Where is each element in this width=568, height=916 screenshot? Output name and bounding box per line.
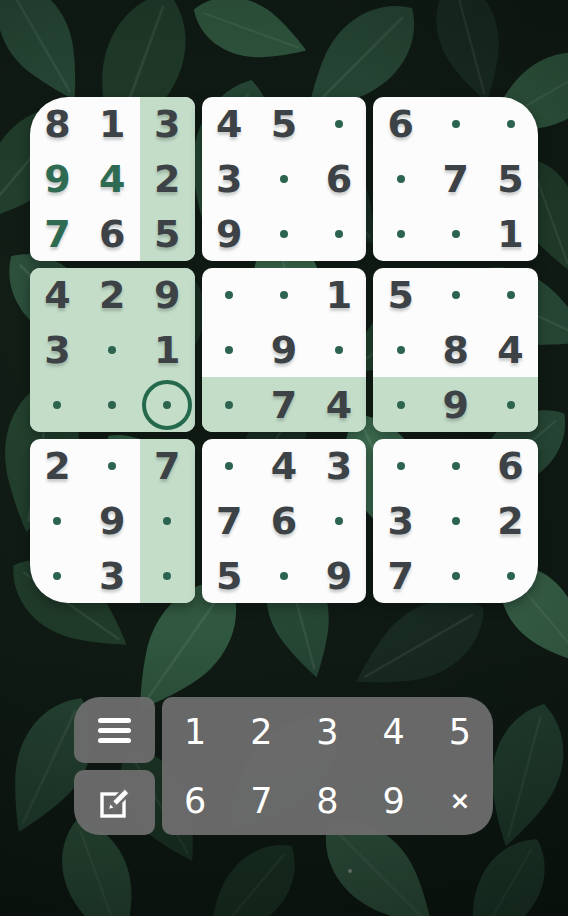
cell-r3c3[interactable]: 5 bbox=[140, 206, 195, 261]
given-digit: 1 bbox=[99, 105, 125, 143]
empty-cell-dot bbox=[225, 291, 233, 299]
cell-r9c1[interactable] bbox=[30, 548, 85, 603]
given-digit: 9 bbox=[216, 215, 242, 253]
empty-cell-dot bbox=[225, 462, 233, 470]
box-r1c3: 6751 bbox=[373, 97, 538, 261]
given-digit: 3 bbox=[99, 557, 125, 595]
given-digit: 6 bbox=[99, 215, 125, 253]
cell-r1c7[interactable]: 6 bbox=[373, 97, 428, 152]
given-digit: 5 bbox=[497, 160, 523, 198]
cell-r5c4[interactable] bbox=[202, 323, 257, 378]
given-digit: 1 bbox=[154, 331, 180, 369]
cell-r2c9[interactable]: 5 bbox=[483, 152, 538, 207]
empty-cell-dot bbox=[335, 517, 343, 525]
cell-r9c9[interactable] bbox=[483, 548, 538, 603]
given-digit: 9 bbox=[442, 386, 468, 424]
given-digit: 6 bbox=[326, 160, 352, 198]
cell-r2c6[interactable]: 6 bbox=[311, 152, 366, 207]
given-digit: 4 bbox=[326, 386, 352, 424]
cell-r7c5[interactable]: 4 bbox=[257, 439, 312, 494]
cell-r6c6[interactable]: 4 bbox=[311, 377, 366, 432]
cell-r1c8[interactable] bbox=[428, 97, 483, 152]
empty-cell-dot bbox=[53, 401, 61, 409]
cell-r6c2[interactable] bbox=[85, 377, 140, 432]
user-digit: 9 bbox=[44, 160, 70, 198]
given-digit: 1 bbox=[497, 215, 523, 253]
cell-r5c3[interactable]: 1 bbox=[140, 323, 195, 378]
given-digit: 9 bbox=[271, 331, 297, 369]
cell-r6c8[interactable]: 9 bbox=[428, 377, 483, 432]
cell-r1c9[interactable] bbox=[483, 97, 538, 152]
given-digit: 8 bbox=[442, 331, 468, 369]
given-digit: 4 bbox=[44, 276, 70, 314]
cell-r5c6[interactable] bbox=[311, 323, 366, 378]
given-digit: 4 bbox=[497, 331, 523, 369]
edit-pencil-icon bbox=[96, 784, 134, 822]
empty-cell-dot bbox=[335, 230, 343, 238]
cell-r8c1[interactable] bbox=[30, 494, 85, 549]
cell-r6c9[interactable] bbox=[483, 377, 538, 432]
empty-cell-dot bbox=[53, 572, 61, 580]
cell-r4c6[interactable]: 1 bbox=[311, 268, 366, 323]
empty-cell-dot bbox=[280, 572, 288, 580]
cell-r5c8[interactable]: 8 bbox=[428, 323, 483, 378]
cell-r8c5[interactable]: 6 bbox=[257, 494, 312, 549]
cell-r7c9[interactable]: 6 bbox=[483, 439, 538, 494]
cell-r1c6[interactable] bbox=[311, 97, 366, 152]
empty-cell-dot bbox=[452, 517, 460, 525]
empty-cell-dot bbox=[108, 401, 116, 409]
cell-r9c3[interactable] bbox=[140, 548, 195, 603]
given-digit: 9 bbox=[154, 276, 180, 314]
cell-r5c1[interactable]: 3 bbox=[30, 323, 85, 378]
cell-r1c1[interactable]: 8 bbox=[30, 97, 85, 152]
cell-r2c5[interactable] bbox=[257, 152, 312, 207]
cell-r3c5[interactable] bbox=[257, 206, 312, 261]
given-digit: 9 bbox=[99, 502, 125, 540]
empty-cell-dot bbox=[163, 572, 171, 580]
numpad-button-3[interactable]: 3 bbox=[294, 697, 360, 766]
user-digit: 7 bbox=[44, 215, 70, 253]
cell-r4c7[interactable]: 5 bbox=[373, 268, 428, 323]
empty-cell-dot bbox=[225, 346, 233, 354]
cell-r7c8[interactable] bbox=[428, 439, 483, 494]
cell-r1c4[interactable]: 4 bbox=[202, 97, 257, 152]
given-digit: 7 bbox=[216, 502, 242, 540]
given-digit: 3 bbox=[388, 502, 414, 540]
user-digit: 4 bbox=[99, 160, 125, 198]
cell-r5c2[interactable] bbox=[85, 323, 140, 378]
cell-r2c8[interactable]: 7 bbox=[428, 152, 483, 207]
empty-cell-dot bbox=[108, 346, 116, 354]
given-digit: 9 bbox=[326, 557, 352, 595]
box-r3c1: 2793 bbox=[30, 439, 195, 603]
cell-r8c9[interactable]: 2 bbox=[483, 494, 538, 549]
cell-r7c7[interactable] bbox=[373, 439, 428, 494]
empty-cell-dot bbox=[225, 401, 233, 409]
given-digit: 7 bbox=[271, 386, 297, 424]
menu-button[interactable] bbox=[74, 697, 155, 763]
empty-cell-dot bbox=[335, 346, 343, 354]
cell-r7c6[interactable]: 3 bbox=[311, 439, 366, 494]
cell-r1c2[interactable]: 1 bbox=[85, 97, 140, 152]
cell-r3c4[interactable]: 9 bbox=[202, 206, 257, 261]
numpad-button-4[interactable]: 4 bbox=[361, 697, 427, 766]
given-digit: 5 bbox=[154, 215, 180, 253]
numpad-button-8[interactable]: 8 bbox=[294, 766, 360, 835]
cell-r3c8[interactable] bbox=[428, 206, 483, 261]
empty-cell-dot bbox=[452, 462, 460, 470]
cell-r1c5[interactable]: 5 bbox=[257, 97, 312, 152]
given-digit: 2 bbox=[154, 160, 180, 198]
cell-r8c8[interactable] bbox=[428, 494, 483, 549]
cell-r8c6[interactable] bbox=[311, 494, 366, 549]
cell-r2c7[interactable] bbox=[373, 152, 428, 207]
cell-r7c4[interactable] bbox=[202, 439, 257, 494]
empty-cell-dot bbox=[452, 120, 460, 128]
notes-button[interactable] bbox=[74, 770, 155, 835]
empty-cell-dot bbox=[397, 230, 405, 238]
cell-r2c2[interactable]: 4 bbox=[85, 152, 140, 207]
given-digit: 7 bbox=[442, 160, 468, 198]
cell-r2c1[interactable]: 9 bbox=[30, 152, 85, 207]
cell-r7c3[interactable]: 7 bbox=[140, 439, 195, 494]
cell-r3c7[interactable] bbox=[373, 206, 428, 261]
cell-r4c5[interactable] bbox=[257, 268, 312, 323]
box-r3c2: 437659 bbox=[202, 439, 367, 603]
cell-r3c2[interactable]: 6 bbox=[85, 206, 140, 261]
empty-cell-dot bbox=[280, 291, 288, 299]
empty-cell-dot bbox=[397, 346, 405, 354]
box-r2c2: 1974 bbox=[202, 268, 367, 432]
selected-cell-ring bbox=[142, 380, 192, 430]
given-digit: 1 bbox=[326, 276, 352, 314]
number-pad: 1 2 3 4 5 6 7 8 9 × bbox=[162, 697, 493, 835]
box-r3c3: 6327 bbox=[373, 439, 538, 603]
sudoku-board: 8139427654536967514293119745849279343765… bbox=[30, 97, 538, 603]
given-digit: 5 bbox=[271, 105, 297, 143]
cell-r9c4[interactable]: 5 bbox=[202, 548, 257, 603]
cell-r8c7[interactable]: 3 bbox=[373, 494, 428, 549]
box-r1c2: 45369 bbox=[202, 97, 367, 261]
cell-r6c4[interactable] bbox=[202, 377, 257, 432]
empty-cell-dot bbox=[335, 120, 343, 128]
numpad-button-7[interactable]: 7 bbox=[228, 766, 294, 835]
cell-r2c3[interactable]: 2 bbox=[140, 152, 195, 207]
given-digit: 5 bbox=[216, 557, 242, 595]
given-digit: 2 bbox=[99, 276, 125, 314]
given-digit: 6 bbox=[388, 105, 414, 143]
cell-r5c7[interactable] bbox=[373, 323, 428, 378]
cell-r4c2[interactable]: 2 bbox=[85, 268, 140, 323]
empty-cell-dot bbox=[507, 120, 515, 128]
cell-r6c3[interactable] bbox=[140, 377, 195, 432]
numpad-button-erase[interactable]: × bbox=[427, 766, 493, 835]
given-digit: 4 bbox=[271, 447, 297, 485]
cell-r6c7[interactable] bbox=[373, 377, 428, 432]
given-digit: 7 bbox=[154, 447, 180, 485]
numpad-button-9[interactable]: 9 bbox=[361, 766, 427, 835]
cell-r9c5[interactable] bbox=[257, 548, 312, 603]
cell-r7c1[interactable]: 2 bbox=[30, 439, 85, 494]
empty-cell-dot bbox=[108, 462, 116, 470]
given-digit: 7 bbox=[388, 557, 414, 595]
cell-r4c8[interactable] bbox=[428, 268, 483, 323]
empty-cell-dot bbox=[507, 291, 515, 299]
empty-cell-dot bbox=[53, 517, 61, 525]
cell-r3c6[interactable] bbox=[311, 206, 366, 261]
cell-r3c1[interactable]: 7 bbox=[30, 206, 85, 261]
cell-r8c4[interactable]: 7 bbox=[202, 494, 257, 549]
given-digit: 6 bbox=[497, 447, 523, 485]
cell-r6c1[interactable] bbox=[30, 377, 85, 432]
given-digit: 3 bbox=[326, 447, 352, 485]
empty-cell-dot bbox=[163, 517, 171, 525]
box-r2c1: 42931 bbox=[30, 268, 195, 432]
empty-cell-dot bbox=[163, 401, 171, 409]
cell-r3c9[interactable]: 1 bbox=[483, 206, 538, 261]
cell-r5c9[interactable]: 4 bbox=[483, 323, 538, 378]
empty-cell-dot bbox=[452, 572, 460, 580]
empty-cell-dot bbox=[397, 401, 405, 409]
cell-r6c5[interactable]: 7 bbox=[257, 377, 312, 432]
box-r2c3: 5849 bbox=[373, 268, 538, 432]
numpad-button-6[interactable]: 6 bbox=[162, 766, 228, 835]
cell-r8c3[interactable] bbox=[140, 494, 195, 549]
cell-r2c4[interactable]: 3 bbox=[202, 152, 257, 207]
empty-cell-dot bbox=[507, 401, 515, 409]
empty-cell-dot bbox=[452, 291, 460, 299]
empty-cell-dot bbox=[280, 230, 288, 238]
box-r1c1: 813942765 bbox=[30, 97, 195, 261]
numpad-button-5[interactable]: 5 bbox=[427, 697, 493, 766]
given-digit: 3 bbox=[154, 105, 180, 143]
empty-cell-dot bbox=[452, 230, 460, 238]
control-panel: 1 2 3 4 5 6 7 8 9 × bbox=[74, 697, 493, 835]
cell-r4c1[interactable]: 4 bbox=[30, 268, 85, 323]
cell-r9c6[interactable]: 9 bbox=[311, 548, 366, 603]
cell-r4c4[interactable] bbox=[202, 268, 257, 323]
given-digit: 3 bbox=[44, 331, 70, 369]
hamburger-icon bbox=[98, 718, 131, 743]
given-digit: 2 bbox=[44, 447, 70, 485]
given-digit: 3 bbox=[216, 160, 242, 198]
empty-cell-dot bbox=[280, 175, 288, 183]
given-digit: 5 bbox=[388, 276, 414, 314]
cell-r9c2[interactable]: 3 bbox=[85, 548, 140, 603]
empty-cell-dot bbox=[397, 175, 405, 183]
numpad-button-1[interactable]: 1 bbox=[162, 697, 228, 766]
cell-r4c9[interactable] bbox=[483, 268, 538, 323]
cell-r9c7[interactable]: 7 bbox=[373, 548, 428, 603]
cell-r7c2[interactable] bbox=[85, 439, 140, 494]
given-digit: 6 bbox=[271, 502, 297, 540]
cell-r5c5[interactable]: 9 bbox=[257, 323, 312, 378]
numpad-button-2[interactable]: 2 bbox=[228, 697, 294, 766]
given-digit: 8 bbox=[44, 105, 70, 143]
empty-cell-dot bbox=[397, 462, 405, 470]
cell-r1c3[interactable]: 3 bbox=[140, 97, 195, 152]
cell-r8c2[interactable]: 9 bbox=[85, 494, 140, 549]
cell-r4c3[interactable]: 9 bbox=[140, 268, 195, 323]
cell-r9c8[interactable] bbox=[428, 548, 483, 603]
given-digit: 2 bbox=[497, 502, 523, 540]
given-digit: 4 bbox=[216, 105, 242, 143]
empty-cell-dot bbox=[507, 572, 515, 580]
